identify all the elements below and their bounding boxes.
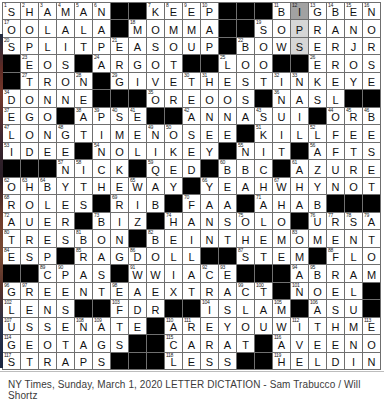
grid-cell[interactable]: L [327,90,344,106]
grid-cell[interactable]: 112I [291,318,308,334]
grid-cell[interactable]: D [183,160,200,176]
grid-cell[interactable]: 110A [165,318,182,334]
grid-cell[interactable]: E [147,283,164,299]
grid-cell[interactable]: 30T [183,73,200,89]
grid-cell[interactable]: O [363,248,380,264]
grid-cell[interactable]: E [39,213,56,229]
grid-cell[interactable]: W [147,265,164,281]
grid-cell[interactable]: 75O [237,213,254,229]
grid-cell[interactable]: L [39,20,56,36]
grid-cell[interactable]: E [57,283,74,299]
grid-cell[interactable]: 13G [309,3,326,19]
grid-cell[interactable]: F [327,143,344,159]
grid-cell[interactable]: E [165,73,182,89]
grid-cell[interactable]: 48G [57,125,74,141]
grid-cell[interactable]: A [183,335,200,351]
grid-cell[interactable]: U [255,318,272,334]
grid-cell[interactable]: 1S [3,3,20,19]
grid-cell[interactable]: R [309,20,326,36]
grid-cell[interactable]: G [21,108,38,124]
grid-cell[interactable]: 114G [3,335,20,351]
grid-cell[interactable]: 79A [363,213,380,229]
grid-cell[interactable]: A [183,213,200,229]
grid-cell[interactable]: I [147,143,164,159]
grid-cell[interactable]: 71A [255,195,272,211]
grid-cell[interactable]: 9E [183,3,200,19]
grid-cell[interactable]: 80T [3,230,20,246]
grid-cell[interactable]: 45R [345,108,362,124]
grid-cell[interactable]: A [201,20,218,36]
grid-cell[interactable]: 61A [291,160,308,176]
grid-cell[interactable]: 7K [147,3,164,19]
grid-cell[interactable]: N [201,108,218,124]
grid-cell[interactable]: R [201,283,218,299]
grid-cell[interactable]: E [21,335,38,351]
grid-cell[interactable]: 103F [111,300,128,316]
grid-cell[interactable]: A [219,335,236,351]
grid-cell[interactable]: A [219,283,236,299]
grid-cell[interactable]: Y [345,73,362,89]
grid-cell[interactable]: U [327,160,344,176]
grid-cell[interactable]: 19S [255,20,272,36]
grid-cell[interactable]: 24A [93,55,110,71]
grid-cell[interactable]: 108N [75,318,92,334]
grid-cell[interactable]: 119H [273,353,290,369]
grid-cell[interactable]: A [147,178,164,194]
grid-cell[interactable]: I [129,73,146,89]
grid-cell[interactable]: 85R [75,248,92,264]
grid-cell[interactable]: T [93,283,110,299]
grid-cell[interactable]: 106A [309,300,326,316]
grid-cell[interactable]: 49N [147,125,164,141]
grid-cell[interactable]: E [129,318,146,334]
grid-cell[interactable]: S [75,195,92,211]
grid-cell[interactable]: 65W [129,178,146,194]
grid-cell[interactable]: P [39,248,56,264]
grid-cell[interactable]: O [147,20,164,36]
grid-cell[interactable]: E [21,300,38,316]
grid-cell[interactable]: H [255,178,272,194]
grid-cell[interactable]: 55N [237,143,254,159]
grid-cell[interactable]: L [39,195,56,211]
grid-cell[interactable]: E [75,90,92,106]
grid-cell[interactable]: 94A [291,265,308,281]
grid-cell[interactable]: O [111,143,128,159]
grid-cell[interactable]: 47L [3,125,20,141]
grid-cell[interactable]: N [201,213,218,229]
grid-cell[interactable]: O [309,283,326,299]
grid-cell[interactable]: 40S [111,108,128,124]
grid-cell[interactable]: S [237,73,254,89]
grid-cell[interactable]: V [147,73,164,89]
grid-cell[interactable]: R [147,300,164,316]
grid-cell[interactable]: 3A [39,3,56,19]
grid-cell[interactable]: A [129,283,146,299]
grid-cell[interactable]: M [345,318,362,334]
grid-cell[interactable]: N [363,353,380,369]
grid-cell[interactable]: C [93,160,110,176]
grid-cell[interactable]: 67W [273,178,290,194]
grid-cell[interactable]: G [129,55,146,71]
grid-cell[interactable]: A [75,265,92,281]
grid-cell[interactable]: S [147,38,164,54]
grid-cell[interactable]: M [291,248,308,264]
grid-cell[interactable]: A [291,195,308,211]
grid-cell[interactable]: 72A [3,213,20,229]
grid-cell[interactable]: A [93,248,110,264]
grid-cell[interactable]: 20S [3,38,20,54]
grid-cell[interactable]: 10P [201,3,218,19]
grid-cell[interactable]: A [57,20,74,36]
grid-cell[interactable]: 87S [237,248,254,264]
grid-cell[interactable]: 37E [3,108,20,124]
grid-cell[interactable]: 116A [273,335,290,351]
grid-cell[interactable]: Y [201,143,218,159]
grid-cell[interactable]: E [39,283,56,299]
grid-cell[interactable]: U [345,300,362,316]
grid-cell[interactable]: E [363,160,380,176]
grid-cell[interactable]: O [345,178,362,194]
grid-cell[interactable]: E [309,38,326,54]
grid-cell[interactable]: O [165,38,182,54]
grid-cell[interactable]: K [111,160,128,176]
grid-cell[interactable]: 50O [165,125,182,141]
grid-cell[interactable]: R [327,55,344,71]
grid-cell[interactable]: 25L [219,55,236,71]
grid-cell[interactable]: 33N [291,73,308,89]
grid-cell[interactable]: E [255,230,272,246]
grid-cell[interactable]: 111R [183,318,200,334]
grid-cell[interactable]: Y [219,318,236,334]
grid-cell[interactable]: J [345,38,362,54]
grid-cell[interactable]: 44O [327,108,344,124]
grid-cell[interactable]: 78S [345,213,362,229]
grid-cell[interactable]: T [75,38,92,54]
grid-cell[interactable]: 38A [75,108,92,124]
grid-cell[interactable]: A [291,90,308,106]
grid-cell[interactable]: 69R [111,195,128,211]
grid-cell[interactable]: B [309,195,326,211]
grid-cell[interactable]: I [129,195,146,211]
grid-cell[interactable]: E [183,353,200,369]
grid-cell[interactable]: E [111,178,128,194]
grid-cell[interactable]: 54N [93,143,110,159]
grid-cell[interactable]: 113E [363,318,380,334]
grid-cell[interactable]: 89C [39,265,56,281]
grid-cell[interactable]: 29G [111,73,128,89]
grid-cell[interactable]: O [237,55,254,71]
grid-cell[interactable]: O [93,230,110,246]
grid-cell[interactable]: 56A [309,143,326,159]
grid-cell[interactable]: 109A [93,318,110,334]
grid-cell[interactable]: G [111,248,128,264]
grid-cell[interactable]: A [255,300,272,316]
grid-cell[interactable]: R [39,73,56,89]
grid-cell[interactable]: 2H [21,3,38,19]
grid-cell[interactable]: X [165,283,182,299]
grid-cell[interactable]: O [219,90,236,106]
grid-cell[interactable]: 76U [309,213,326,229]
grid-cell[interactable]: I [255,143,272,159]
grid-cell[interactable]: 59Q [147,160,164,176]
grid-cell[interactable]: O [21,90,38,106]
grid-cell[interactable]: O [201,90,218,106]
grid-cell[interactable]: 104I [201,300,218,316]
grid-cell[interactable]: L [345,283,362,299]
grid-cell[interactable]: M [309,230,326,246]
grid-cell[interactable]: E [183,143,200,159]
grid-cell[interactable]: I [111,213,128,229]
grid-cell[interactable]: S [363,55,380,71]
grid-cell[interactable]: F [327,125,344,141]
grid-cell[interactable]: E [57,143,74,159]
grid-cell[interactable]: R [111,55,128,71]
grid-cell[interactable]: E [219,73,236,89]
grid-cell[interactable]: E [273,248,290,264]
grid-cell[interactable]: T [363,178,380,194]
grid-cell[interactable]: E [219,125,236,141]
grid-cell[interactable]: N [219,108,236,124]
grid-cell[interactable]: M [165,20,182,36]
grid-cell[interactable]: E [39,143,56,159]
grid-cell[interactable]: 43S [255,108,272,124]
grid-cell[interactable]: O [363,20,380,36]
grid-cell[interactable]: A [237,108,254,124]
grid-cell[interactable]: E [57,195,74,211]
grid-cell[interactable]: E [363,73,380,89]
grid-cell[interactable]: T [237,335,254,351]
grid-cell[interactable]: E [201,125,218,141]
grid-cell[interactable]: 53I [3,143,20,159]
grid-cell[interactable]: E [129,125,146,141]
grid-cell[interactable]: P [75,353,92,369]
grid-cell[interactable]: M [183,20,200,36]
grid-cell[interactable]: 83O [291,230,308,246]
grid-cell[interactable]: O [39,335,56,351]
grid-cell[interactable]: T [183,283,200,299]
grid-cell[interactable]: N [75,283,92,299]
grid-cell[interactable]: L [183,248,200,264]
grid-cell[interactable]: E [345,125,362,141]
grid-cell[interactable]: S [93,265,110,281]
grid-cell[interactable]: R [21,230,38,246]
grid-cell[interactable]: 93E [219,265,236,281]
grid-cell[interactable]: A [57,353,74,369]
grid-cell[interactable]: 46B [363,108,380,124]
grid-cell[interactable]: 5A [75,3,92,19]
grid-cell[interactable]: P [21,38,38,54]
grid-cell[interactable]: 95B [309,265,326,281]
grid-cell[interactable]: O [273,213,290,229]
grid-cell[interactable]: O [345,55,362,71]
grid-cell[interactable]: T [75,178,92,194]
grid-cell[interactable]: H [93,178,110,194]
grid-cell[interactable]: T [219,230,236,246]
grid-cell[interactable]: E [327,335,344,351]
grid-cell[interactable]: R [201,335,218,351]
grid-cell[interactable]: 42A [183,108,200,124]
grid-cell[interactable]: R [57,213,74,229]
grid-cell[interactable]: M [111,125,128,141]
grid-cell[interactable]: O [237,318,254,334]
grid-cell[interactable]: 86D [129,248,146,264]
grid-cell[interactable]: H [273,195,290,211]
grid-cell[interactable]: S [39,318,56,334]
grid-cell[interactable]: T [255,248,272,264]
grid-cell[interactable]: 8E [165,3,182,19]
grid-cell[interactable]: I [291,108,308,124]
grid-cell[interactable]: 41E [129,108,146,124]
grid-cell[interactable]: 107U [3,318,20,334]
grid-cell[interactable]: R [327,265,344,281]
grid-cell[interactable]: L [309,353,326,369]
grid-cell[interactable]: U [21,213,38,229]
grid-cell[interactable]: 23E [21,55,38,71]
grid-cell[interactable]: 74H [165,213,182,229]
grid-cell[interactable]: 105M [273,300,290,316]
grid-cell[interactable]: I [273,125,290,141]
grid-cell[interactable]: I [57,38,74,54]
grid-cell[interactable]: S [21,248,38,264]
grid-cell[interactable]: S [201,353,218,369]
grid-cell[interactable]: 92C [201,265,218,281]
grid-cell[interactable]: N [111,230,128,246]
grid-cell[interactable]: Y [165,178,182,194]
grid-cell[interactable]: I [183,230,200,246]
grid-cell[interactable]: M [363,265,380,281]
grid-cell[interactable]: R [39,353,56,369]
grid-cell[interactable]: S [111,335,128,351]
grid-cell[interactable]: S [327,300,344,316]
grid-cell[interactable]: 73B [93,213,110,229]
grid-cell[interactable]: L [291,125,308,141]
grid-cell[interactable]: 32I [273,73,290,89]
grid-cell[interactable]: O [255,38,272,54]
grid-cell[interactable]: L [129,143,146,159]
grid-cell[interactable]: S [57,55,74,71]
grid-cell[interactable]: 26E [309,55,326,71]
grid-cell[interactable]: 35O [147,90,164,106]
grid-cell[interactable]: 22B [237,38,254,54]
grid-cell[interactable]: S [219,213,236,229]
grid-cell[interactable]: N [39,300,56,316]
grid-cell[interactable]: L [255,213,272,229]
grid-cell[interactable]: 18M [129,20,146,36]
grid-cell[interactable]: O [147,248,164,264]
grid-cell[interactable]: O [363,335,380,351]
grid-cell[interactable]: 100T [255,283,272,299]
grid-cell[interactable]: O [39,55,56,71]
grid-cell[interactable]: 17O [3,20,20,36]
grid-cell[interactable]: T [273,143,290,159]
grid-cell[interactable]: O [147,55,164,71]
grid-cell[interactable]: O [57,73,74,89]
grid-cell[interactable]: 66Y [201,178,218,194]
grid-cell[interactable]: 15E [345,3,362,19]
grid-cell[interactable]: T [57,335,74,351]
grid-cell[interactable]: 117S [3,353,20,369]
grid-cell[interactable]: P [201,38,218,54]
grid-cell[interactable]: N [57,90,74,106]
grid-cell[interactable]: R [345,160,362,176]
grid-cell[interactable]: 88F [327,248,344,264]
grid-cell[interactable]: P [93,38,110,54]
grid-cell[interactable]: A [219,195,236,211]
grid-cell[interactable]: L [39,38,56,54]
grid-cell[interactable]: 99C [237,283,254,299]
grid-cell[interactable]: S [93,353,110,369]
grid-cell[interactable]: V [291,335,308,351]
grid-cell[interactable]: M [273,230,290,246]
grid-cell[interactable]: E [219,178,236,194]
grid-cell[interactable]: O [21,195,38,211]
grid-cell[interactable]: B [237,160,254,176]
grid-cell[interactable]: A [129,38,146,54]
grid-cell[interactable]: 16N [363,3,380,19]
grid-cell[interactable]: 115C [165,335,182,351]
grid-cell[interactable]: 39P [93,108,110,124]
grid-cell[interactable]: 28N [75,73,92,89]
grid-cell[interactable]: S [21,318,38,334]
grid-cell[interactable]: C [255,160,272,176]
grid-cell[interactable]: 4M [57,3,74,19]
grid-cell[interactable]: S [237,90,254,106]
grid-cell[interactable]: 63H [21,178,38,194]
grid-cell[interactable]: E [291,353,308,369]
grid-cell[interactable]: H [327,318,344,334]
grid-cell[interactable]: 31H [201,73,218,89]
grid-cell[interactable]: E [165,160,182,176]
grid-cell[interactable]: E [201,318,218,334]
grid-cell[interactable]: 77R [327,213,344,229]
grid-cell[interactable]: T [255,73,272,89]
grid-cell[interactable]: K [309,73,326,89]
grid-cell[interactable]: 34D [3,90,20,106]
grid-cell[interactable]: Y [309,178,326,194]
grid-cell[interactable]: R [327,38,344,54]
grid-cell[interactable]: G [93,335,110,351]
grid-cell[interactable]: N [201,230,218,246]
grid-cell[interactable]: E [309,335,326,351]
grid-cell[interactable]: 60B [219,160,236,176]
grid-cell[interactable]: 118L [165,353,182,369]
grid-cell[interactable]: L [165,248,182,264]
grid-cell[interactable]: 36N [273,90,290,106]
grid-cell[interactable]: 82B [147,230,164,246]
grid-cell[interactable]: Y [57,178,74,194]
grid-cell[interactable]: O [21,125,38,141]
grid-cell[interactable]: S [309,90,326,106]
grid-cell[interactable]: 97R [21,283,38,299]
grid-cell[interactable]: U [183,38,200,54]
grid-cell[interactable]: N [345,335,362,351]
grid-cell[interactable]: I [345,353,362,369]
grid-cell[interactable]: B [147,195,164,211]
grid-cell[interactable]: E [165,230,182,246]
grid-cell[interactable]: H [291,178,308,194]
grid-cell[interactable]: E [363,125,380,141]
grid-cell[interactable]: 64B [39,178,56,194]
grid-cell[interactable]: N [39,90,56,106]
grid-cell[interactable]: N [345,230,362,246]
grid-cell[interactable]: W [273,38,290,54]
grid-cell[interactable]: 68R [3,195,20,211]
grid-cell[interactable]: N [39,125,56,141]
grid-cell[interactable]: E [327,283,344,299]
grid-cell[interactable]: E [183,90,200,106]
grid-cell[interactable]: 102L [3,300,20,316]
grid-cell[interactable]: Z [129,213,146,229]
